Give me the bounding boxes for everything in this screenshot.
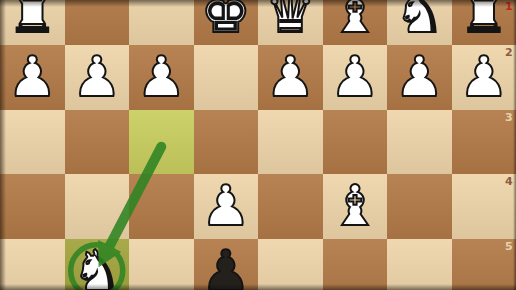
- rank-coordinate-5: 5: [505, 241, 513, 252]
- square-g3[interactable]: [65, 110, 130, 175]
- square-c1[interactable]: ♝: [323, 0, 388, 45]
- white-pawn-g2[interactable]: ♟: [65, 45, 130, 110]
- white-king-e1[interactable]: ♚: [194, 0, 259, 45]
- square-f4[interactable]: [129, 174, 194, 239]
- square-h4[interactable]: [0, 174, 65, 239]
- black-pawn-e5[interactable]: ♟: [194, 239, 259, 290]
- square-h2[interactable]: ♟: [0, 45, 65, 110]
- white-pawn-c2[interactable]: ♟: [323, 45, 388, 110]
- square-c4[interactable]: ♝: [323, 174, 388, 239]
- square-g1[interactable]: [65, 0, 130, 45]
- white-pawn-e4[interactable]: ♟: [194, 174, 259, 239]
- white-rook-h1[interactable]: ♜: [0, 0, 65, 45]
- white-bishop-c4[interactable]: ♝: [323, 174, 388, 239]
- white-knight-g5[interactable]: ♞: [65, 239, 130, 290]
- square-b1[interactable]: ♞: [387, 0, 452, 45]
- square-d3[interactable]: [258, 110, 323, 175]
- chess-board: ♜♚♛♝♞♜♟♟♟♟♟♟♟♟♝♞♟: [0, 0, 516, 290]
- square-b3[interactable]: [387, 110, 452, 175]
- white-knight-b1[interactable]: ♞: [387, 0, 452, 45]
- chess-video-frame: ♜♚♛♝♞♜♟♟♟♟♟♟♟♟♝♞♟ 12345: [0, 0, 516, 290]
- square-f5[interactable]: [129, 239, 194, 290]
- white-pawn-d2[interactable]: ♟: [258, 45, 323, 110]
- square-e5[interactable]: ♟: [194, 239, 259, 290]
- square-e4[interactable]: ♟: [194, 174, 259, 239]
- square-d1[interactable]: ♛: [258, 0, 323, 45]
- square-c3[interactable]: [323, 110, 388, 175]
- rank-coordinate-2: 2: [505, 47, 513, 58]
- square-h1[interactable]: ♜: [0, 0, 65, 45]
- square-e3[interactable]: [194, 110, 259, 175]
- square-b5[interactable]: [387, 239, 452, 290]
- square-h5[interactable]: [0, 239, 65, 290]
- square-g4[interactable]: [65, 174, 130, 239]
- rank-coordinate-3: 3: [505, 112, 513, 123]
- square-b2[interactable]: ♟: [387, 45, 452, 110]
- square-h3[interactable]: [0, 110, 65, 175]
- white-queen-d1[interactable]: ♛: [258, 0, 323, 45]
- square-c5[interactable]: [323, 239, 388, 290]
- square-f3[interactable]: [129, 110, 194, 175]
- rank-coordinate-4: 4: [505, 176, 513, 187]
- square-e1[interactable]: ♚: [194, 0, 259, 45]
- square-b4[interactable]: [387, 174, 452, 239]
- square-g5[interactable]: ♞: [65, 239, 130, 290]
- square-c2[interactable]: ♟: [323, 45, 388, 110]
- white-pawn-f2[interactable]: ♟: [129, 45, 194, 110]
- square-g2[interactable]: ♟: [65, 45, 130, 110]
- white-bishop-c1[interactable]: ♝: [323, 0, 388, 45]
- square-f1[interactable]: [129, 0, 194, 45]
- white-pawn-h2[interactable]: ♟: [0, 45, 65, 110]
- square-d5[interactable]: [258, 239, 323, 290]
- square-d4[interactable]: [258, 174, 323, 239]
- square-f2[interactable]: ♟: [129, 45, 194, 110]
- square-e2[interactable]: [194, 45, 259, 110]
- rank-coordinate-1: 1: [505, 1, 513, 12]
- square-d2[interactable]: ♟: [258, 45, 323, 110]
- white-pawn-b2[interactable]: ♟: [387, 45, 452, 110]
